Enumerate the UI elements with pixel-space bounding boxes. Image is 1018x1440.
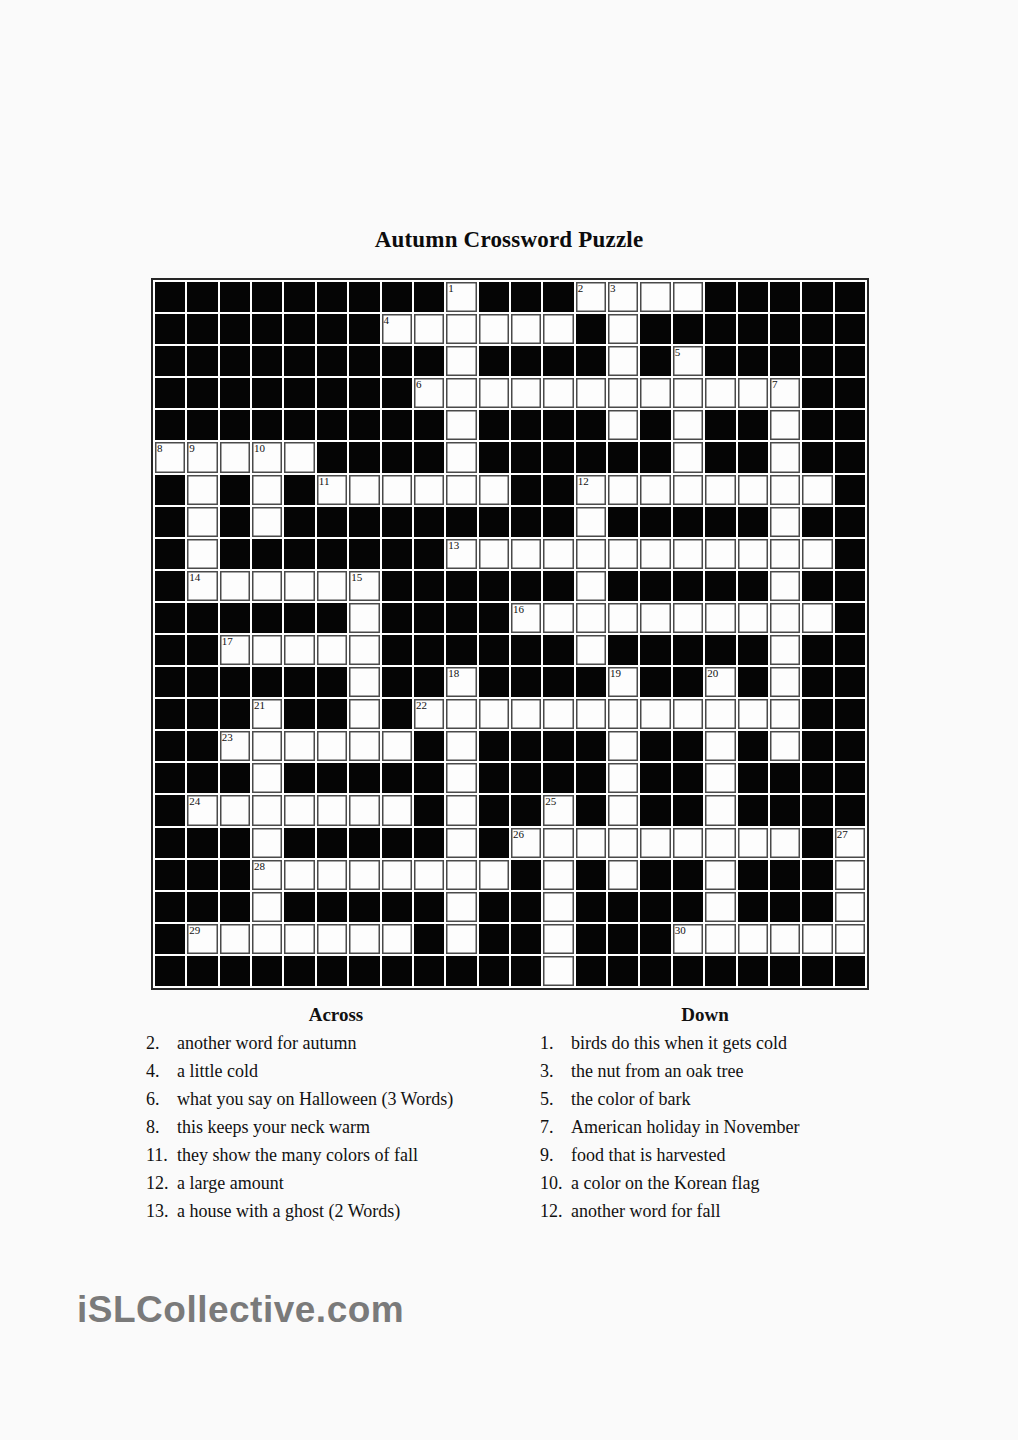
white-cell[interactable] <box>252 892 282 922</box>
black-cell <box>543 442 573 472</box>
white-cell[interactable] <box>382 731 412 761</box>
clue-list-number: 8. <box>146 1114 177 1142</box>
black-cell <box>802 442 832 472</box>
white-cell[interactable] <box>673 410 703 440</box>
white-cell[interactable] <box>705 828 735 858</box>
white-cell[interactable] <box>543 699 573 729</box>
white-cell[interactable] <box>284 924 314 954</box>
white-cell[interactable] <box>705 763 735 793</box>
white-cell[interactable] <box>673 828 703 858</box>
white-cell[interactable] <box>770 828 800 858</box>
white-cell[interactable] <box>479 699 509 729</box>
clue-number: 21 <box>254 700 265 711</box>
clue-list-number: 5. <box>540 1086 571 1114</box>
white-cell[interactable] <box>738 378 768 408</box>
crossword-grid: 1234567891011121314151617181920212223242… <box>151 278 869 990</box>
white-cell[interactable] <box>446 828 476 858</box>
white-cell[interactable]: 21 <box>252 699 282 729</box>
white-cell[interactable] <box>252 828 282 858</box>
white-cell[interactable] <box>543 539 573 569</box>
white-cell[interactable] <box>770 667 800 697</box>
black-cell <box>511 282 541 312</box>
white-cell[interactable]: 11 <box>317 475 347 505</box>
white-cell[interactable] <box>608 314 638 344</box>
black-cell <box>511 956 541 986</box>
page-title: Autumn Crossword Puzzle <box>0 227 1018 253</box>
white-cell[interactable]: 8 <box>155 442 185 472</box>
black-cell <box>673 860 703 890</box>
black-cell <box>705 442 735 472</box>
white-cell[interactable] <box>705 378 735 408</box>
black-cell <box>414 571 444 601</box>
black-cell <box>349 282 379 312</box>
black-cell <box>284 603 314 633</box>
white-cell[interactable]: 18 <box>446 667 476 697</box>
white-cell[interactable] <box>414 475 444 505</box>
black-cell <box>640 924 670 954</box>
black-cell <box>576 956 606 986</box>
black-cell <box>155 571 185 601</box>
white-cell[interactable] <box>446 346 476 376</box>
black-cell <box>414 892 444 922</box>
white-cell[interactable] <box>835 892 865 922</box>
white-cell[interactable] <box>640 539 670 569</box>
white-cell[interactable] <box>284 635 314 665</box>
black-cell <box>284 699 314 729</box>
white-cell[interactable] <box>640 378 670 408</box>
black-cell <box>155 667 185 697</box>
white-cell[interactable] <box>543 828 573 858</box>
white-cell[interactable] <box>317 731 347 761</box>
clue-number: 16 <box>513 604 524 615</box>
worksheet-page: Autumn Crossword Puzzle 1234567891011121… <box>0 0 1018 1440</box>
white-cell[interactable] <box>640 282 670 312</box>
black-cell <box>187 410 217 440</box>
white-cell[interactable] <box>220 924 250 954</box>
white-cell[interactable] <box>673 539 703 569</box>
clue-list-number: 11. <box>146 1142 177 1170</box>
white-cell[interactable] <box>220 442 250 472</box>
white-cell[interactable] <box>187 507 217 537</box>
black-cell <box>770 892 800 922</box>
white-cell[interactable] <box>349 795 379 825</box>
clue-number: 24 <box>189 796 200 807</box>
black-cell <box>187 892 217 922</box>
black-cell <box>673 763 703 793</box>
white-cell[interactable]: 23 <box>220 731 250 761</box>
white-cell[interactable] <box>317 635 347 665</box>
white-cell[interactable] <box>576 571 606 601</box>
white-cell[interactable]: 5 <box>673 346 703 376</box>
white-cell[interactable] <box>705 795 735 825</box>
black-cell <box>252 603 282 633</box>
white-cell[interactable]: 3 <box>608 282 638 312</box>
clue-list-number: 12. <box>540 1198 571 1226</box>
black-cell <box>640 635 670 665</box>
white-cell[interactable] <box>770 539 800 569</box>
white-cell[interactable] <box>382 475 412 505</box>
black-cell <box>187 635 217 665</box>
clue-number: 14 <box>189 572 200 583</box>
white-cell[interactable] <box>446 795 476 825</box>
white-cell[interactable] <box>835 860 865 890</box>
white-cell[interactable]: 15 <box>349 571 379 601</box>
black-cell <box>835 699 865 729</box>
white-cell[interactable]: 9 <box>187 442 217 472</box>
clue-across-6: 6.what you say on Halloween (3 Words) <box>146 1086 526 1114</box>
white-cell[interactable] <box>705 603 735 633</box>
black-cell <box>835 603 865 633</box>
white-cell[interactable] <box>673 378 703 408</box>
white-cell[interactable] <box>511 378 541 408</box>
white-cell[interactable]: 22 <box>414 699 444 729</box>
white-cell[interactable] <box>673 475 703 505</box>
black-cell <box>640 442 670 472</box>
black-cell <box>705 410 735 440</box>
black-cell <box>511 924 541 954</box>
white-cell[interactable] <box>446 860 476 890</box>
white-cell[interactable] <box>284 860 314 890</box>
clue-list-text: the nut from an oak tree <box>571 1058 870 1086</box>
white-cell[interactable]: 19 <box>608 667 638 697</box>
white-cell[interactable] <box>608 731 638 761</box>
black-cell <box>802 667 832 697</box>
clue-number: 10 <box>254 443 265 454</box>
white-cell[interactable] <box>252 635 282 665</box>
white-cell[interactable] <box>414 860 444 890</box>
white-cell[interactable]: 13 <box>446 539 476 569</box>
white-cell[interactable] <box>738 475 768 505</box>
white-cell[interactable] <box>479 860 509 890</box>
white-cell[interactable] <box>608 346 638 376</box>
white-cell[interactable] <box>608 475 638 505</box>
black-cell <box>576 667 606 697</box>
white-cell[interactable] <box>446 378 476 408</box>
white-cell[interactable] <box>446 410 476 440</box>
black-cell <box>640 892 670 922</box>
white-cell[interactable] <box>446 731 476 761</box>
black-cell <box>479 731 509 761</box>
black-cell <box>155 956 185 986</box>
white-cell[interactable] <box>284 795 314 825</box>
clue-down-1: 1.birds do this when it gets cold <box>540 1030 870 1058</box>
white-cell[interactable]: 28 <box>252 860 282 890</box>
black-cell <box>382 539 412 569</box>
clue-across-13: 13.a house with a ghost (2 Words) <box>146 1198 526 1226</box>
white-cell[interactable] <box>252 507 282 537</box>
black-cell <box>382 603 412 633</box>
white-cell[interactable] <box>446 442 476 472</box>
clue-number: 11 <box>319 476 330 487</box>
black-cell <box>382 282 412 312</box>
white-cell[interactable] <box>738 539 768 569</box>
white-cell[interactable] <box>349 635 379 665</box>
white-cell[interactable] <box>770 699 800 729</box>
black-cell <box>640 507 670 537</box>
black-cell <box>220 860 250 890</box>
white-cell[interactable]: 14 <box>187 571 217 601</box>
black-cell <box>187 763 217 793</box>
white-cell[interactable] <box>349 603 379 633</box>
black-cell <box>802 731 832 761</box>
black-cell <box>802 378 832 408</box>
white-cell[interactable] <box>608 378 638 408</box>
clue-list-number: 9. <box>540 1142 571 1170</box>
black-cell <box>673 667 703 697</box>
white-cell[interactable] <box>543 892 573 922</box>
white-cell[interactable] <box>479 314 509 344</box>
white-cell[interactable] <box>252 924 282 954</box>
black-cell <box>770 956 800 986</box>
white-cell[interactable] <box>349 699 379 729</box>
white-cell[interactable] <box>252 795 282 825</box>
white-cell[interactable] <box>705 892 735 922</box>
white-cell[interactable] <box>252 731 282 761</box>
white-cell[interactable] <box>479 539 509 569</box>
white-cell[interactable]: 6 <box>414 378 444 408</box>
clue-number: 8 <box>157 443 163 454</box>
white-cell[interactable] <box>543 956 573 986</box>
white-cell[interactable]: 30 <box>673 924 703 954</box>
white-cell[interactable] <box>382 924 412 954</box>
black-cell <box>414 763 444 793</box>
black-cell <box>705 635 735 665</box>
clue-number: 13 <box>448 540 459 551</box>
black-cell <box>543 667 573 697</box>
black-cell <box>576 795 606 825</box>
white-cell[interactable] <box>673 603 703 633</box>
white-cell[interactable] <box>284 731 314 761</box>
white-cell[interactable] <box>835 924 865 954</box>
white-cell[interactable]: 2 <box>576 282 606 312</box>
white-cell[interactable] <box>576 603 606 633</box>
white-cell[interactable] <box>608 539 638 569</box>
white-cell[interactable] <box>511 314 541 344</box>
white-cell[interactable] <box>802 603 832 633</box>
white-cell[interactable]: 26 <box>511 828 541 858</box>
black-cell <box>284 667 314 697</box>
black-cell <box>349 378 379 408</box>
white-cell[interactable] <box>770 924 800 954</box>
white-cell[interactable] <box>576 699 606 729</box>
white-cell[interactable] <box>220 795 250 825</box>
white-cell[interactable] <box>543 314 573 344</box>
white-cell[interactable] <box>576 635 606 665</box>
black-cell <box>705 571 735 601</box>
white-cell[interactable] <box>608 763 638 793</box>
white-cell[interactable] <box>770 475 800 505</box>
white-cell[interactable] <box>770 603 800 633</box>
black-cell <box>284 282 314 312</box>
white-cell[interactable] <box>705 860 735 890</box>
white-cell[interactable]: 27 <box>835 828 865 858</box>
black-cell <box>738 763 768 793</box>
white-cell[interactable]: 24 <box>187 795 217 825</box>
white-cell[interactable] <box>705 699 735 729</box>
clue-list-number: 13. <box>146 1198 177 1226</box>
white-cell[interactable] <box>187 475 217 505</box>
white-cell[interactable] <box>220 571 250 601</box>
black-cell <box>155 507 185 537</box>
white-cell[interactable] <box>738 924 768 954</box>
white-cell[interactable] <box>446 892 476 922</box>
white-cell[interactable] <box>673 699 703 729</box>
black-cell <box>835 314 865 344</box>
white-cell[interactable] <box>187 539 217 569</box>
white-cell[interactable] <box>802 475 832 505</box>
white-cell[interactable] <box>738 699 768 729</box>
white-cell[interactable] <box>349 667 379 697</box>
white-cell[interactable]: 1 <box>446 282 476 312</box>
black-cell <box>414 828 444 858</box>
black-cell <box>738 571 768 601</box>
white-cell[interactable] <box>640 603 670 633</box>
white-cell[interactable] <box>414 314 444 344</box>
white-cell[interactable] <box>640 699 670 729</box>
white-cell[interactable]: 16 <box>511 603 541 633</box>
black-cell <box>317 763 347 793</box>
black-cell <box>738 667 768 697</box>
black-cell <box>802 828 832 858</box>
white-cell[interactable] <box>446 475 476 505</box>
white-cell[interactable]: 25 <box>543 795 573 825</box>
clue-list-number: 12. <box>146 1170 177 1198</box>
white-cell[interactable]: 29 <box>187 924 217 954</box>
white-cell[interactable] <box>479 378 509 408</box>
clue-list-text: another word for autumn <box>177 1030 526 1058</box>
black-cell <box>511 346 541 376</box>
white-cell[interactable] <box>446 924 476 954</box>
black-cell <box>479 282 509 312</box>
white-cell[interactable] <box>543 603 573 633</box>
black-cell <box>155 892 185 922</box>
white-cell[interactable]: 12 <box>576 475 606 505</box>
white-cell[interactable] <box>446 699 476 729</box>
white-cell[interactable] <box>770 571 800 601</box>
white-cell[interactable]: 10 <box>252 442 282 472</box>
white-cell[interactable] <box>543 860 573 890</box>
black-cell <box>187 828 217 858</box>
black-cell <box>155 282 185 312</box>
black-cell <box>317 892 347 922</box>
white-cell[interactable] <box>511 699 541 729</box>
black-cell <box>284 410 314 440</box>
white-cell[interactable] <box>446 763 476 793</box>
clue-list-text: a large amount <box>177 1170 526 1198</box>
white-cell[interactable] <box>576 828 606 858</box>
black-cell <box>317 539 347 569</box>
black-cell <box>511 571 541 601</box>
black-cell <box>187 603 217 633</box>
white-cell[interactable] <box>673 282 703 312</box>
white-cell[interactable] <box>317 795 347 825</box>
white-cell[interactable] <box>608 699 638 729</box>
white-cell[interactable] <box>770 507 800 537</box>
white-cell[interactable] <box>317 924 347 954</box>
white-cell[interactable] <box>349 924 379 954</box>
white-cell[interactable] <box>802 924 832 954</box>
white-cell[interactable] <box>576 507 606 537</box>
white-cell[interactable] <box>284 442 314 472</box>
white-cell[interactable] <box>770 731 800 761</box>
white-cell[interactable] <box>705 924 735 954</box>
white-cell[interactable] <box>673 442 703 472</box>
white-cell[interactable] <box>770 410 800 440</box>
clue-down-7: 7.American holiday in November <box>540 1114 870 1142</box>
white-cell[interactable] <box>705 731 735 761</box>
white-cell[interactable] <box>576 378 606 408</box>
white-cell[interactable] <box>608 603 638 633</box>
white-cell[interactable] <box>382 795 412 825</box>
black-cell <box>608 571 638 601</box>
white-cell[interactable] <box>349 475 379 505</box>
white-cell[interactable]: 7 <box>770 378 800 408</box>
white-cell[interactable] <box>543 378 573 408</box>
black-cell <box>835 763 865 793</box>
white-cell[interactable]: 17 <box>220 635 250 665</box>
black-cell <box>446 507 476 537</box>
white-cell[interactable] <box>640 475 670 505</box>
white-cell[interactable]: 20 <box>705 667 735 697</box>
black-cell <box>479 635 509 665</box>
black-cell <box>446 603 476 633</box>
white-cell[interactable] <box>608 795 638 825</box>
clue-number: 18 <box>448 668 459 679</box>
white-cell[interactable] <box>349 860 379 890</box>
black-cell <box>252 346 282 376</box>
white-cell[interactable] <box>770 442 800 472</box>
black-cell <box>543 763 573 793</box>
black-cell <box>382 346 412 376</box>
black-cell <box>640 763 670 793</box>
white-cell[interactable] <box>608 410 638 440</box>
white-cell[interactable] <box>317 571 347 601</box>
white-cell[interactable] <box>511 539 541 569</box>
white-cell[interactable] <box>252 571 282 601</box>
white-cell[interactable] <box>738 603 768 633</box>
white-cell[interactable] <box>349 731 379 761</box>
white-cell[interactable] <box>705 539 735 569</box>
white-cell[interactable] <box>284 571 314 601</box>
white-cell[interactable] <box>252 763 282 793</box>
white-cell[interactable] <box>576 539 606 569</box>
white-cell[interactable] <box>382 860 412 890</box>
white-cell[interactable] <box>802 539 832 569</box>
white-cell[interactable] <box>640 828 670 858</box>
clue-list-text: they show the many colors of fall <box>177 1142 526 1170</box>
white-cell[interactable] <box>543 924 573 954</box>
clue-number: 19 <box>610 668 621 679</box>
black-cell <box>220 892 250 922</box>
black-cell <box>220 699 250 729</box>
white-cell[interactable] <box>705 475 735 505</box>
black-cell <box>349 828 379 858</box>
white-cell[interactable] <box>252 475 282 505</box>
white-cell[interactable] <box>608 860 638 890</box>
black-cell <box>252 378 282 408</box>
white-cell[interactable] <box>770 635 800 665</box>
black-cell <box>349 346 379 376</box>
white-cell[interactable]: 4 <box>382 314 412 344</box>
white-cell[interactable] <box>446 314 476 344</box>
black-cell <box>770 346 800 376</box>
black-cell <box>479 667 509 697</box>
white-cell[interactable] <box>738 828 768 858</box>
white-cell[interactable] <box>317 860 347 890</box>
black-cell <box>479 410 509 440</box>
white-cell[interactable] <box>479 475 509 505</box>
white-cell[interactable] <box>608 828 638 858</box>
